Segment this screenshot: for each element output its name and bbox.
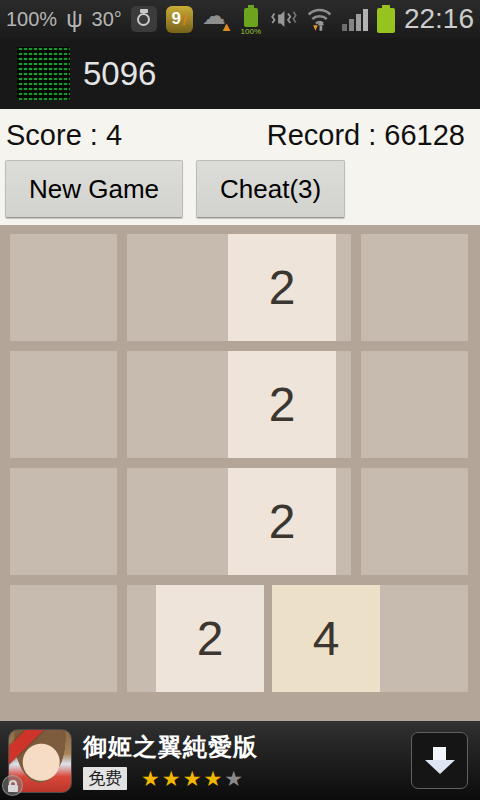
weather-alert-icon: ☁ ▲ — [202, 6, 232, 32]
warning-triangle-icon: ▲ — [220, 19, 233, 34]
temperature-text: 30° — [92, 8, 122, 31]
wifi-icon — [306, 5, 333, 33]
battery-icon — [377, 5, 395, 33]
battery-app-icon: 100% — [241, 5, 261, 33]
status-bar: 100% ψ 30° 9! ☁ ▲ 100% 22:16 — [0, 0, 480, 38]
tile-2-r0c2: 2 — [228, 234, 336, 341]
clock-text: 22:16 — [404, 3, 474, 35]
ad-star-rating: ★★★★★ — [141, 768, 245, 789]
ad-download-button[interactable] — [411, 732, 468, 789]
new-game-button[interactable]: New Game — [5, 160, 183, 218]
vibrate-icon — [270, 6, 297, 32]
ad-info-lock-icon[interactable] — [2, 775, 23, 796]
app-91-icon: 9! — [166, 6, 193, 33]
stars-filled: ★★★★ — [141, 767, 224, 790]
app-title: 5096 — [83, 55, 156, 93]
title-bar: 5096 — [0, 38, 480, 109]
cell-r0c3 — [361, 234, 468, 341]
ad-ribbon — [8, 729, 45, 768]
ad-meta-row: 免费 ★★★★★ — [83, 767, 258, 790]
cell-r1c3 — [361, 351, 468, 458]
ad-text-block: 御姬之翼純愛版 免费 ★★★★★ — [83, 731, 258, 790]
cell-r0c0 — [10, 234, 117, 341]
cell-r2c3 — [361, 468, 468, 575]
cell-r1c1 — [127, 351, 234, 458]
button-row: New Game Cheat(3) — [0, 160, 480, 225]
cell-r2c1 — [127, 468, 234, 575]
tile-2-r3c1: 2 — [156, 585, 264, 692]
cheat-button[interactable]: Cheat(3) — [196, 160, 345, 218]
cell-r3c0 — [10, 585, 117, 692]
ad-title: 御姬之翼純愛版 — [83, 731, 258, 763]
tile-2-r2c2: 2 — [228, 468, 336, 575]
wifi-down-arrow — [313, 25, 318, 30]
record-text: Record : 66128 — [267, 119, 465, 152]
tile-4-r3c2: 4 — [272, 585, 380, 692]
battery-percent-text: 100% — [6, 8, 57, 31]
cell-r2c0 — [10, 468, 117, 575]
usb-icon: ψ — [66, 8, 82, 31]
leaf-mark-icon: ! — [182, 11, 187, 28]
score-text: Score : 4 — [6, 119, 122, 152]
score-bar: Score : 4 Record : 66128 — [0, 109, 480, 160]
download-arrow-icon — [433, 747, 446, 760]
tile-2-r1c2: 2 — [228, 351, 336, 458]
matrix-app-icon — [17, 47, 70, 100]
game-board[interactable]: 2 2 2 2 4 — [0, 225, 480, 721]
cell-r0c1 — [127, 234, 234, 341]
cell-r1c0 — [10, 351, 117, 458]
signal-bars-icon — [342, 7, 368, 31]
ad-banner[interactable]: 御姬之翼純愛版 免费 ★★★★★ — [0, 721, 480, 800]
battery-app-percent-text: 100% — [239, 27, 263, 36]
rotation-lock-icon — [131, 6, 157, 32]
ad-price-badge: 免费 — [83, 767, 127, 790]
star-empty: ★ — [224, 767, 245, 790]
